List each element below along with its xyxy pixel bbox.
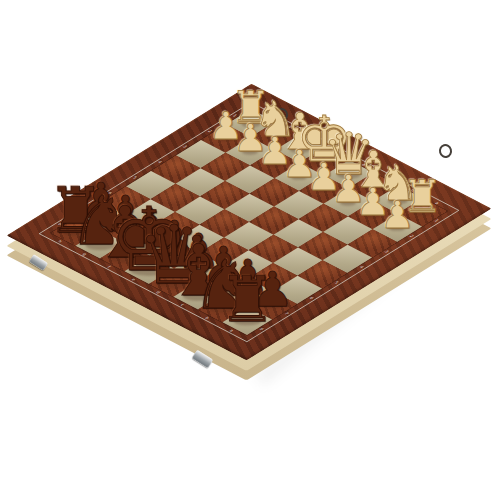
hanging-ring-icon <box>437 143 453 160</box>
chess-board: hgfedcba hgfedcba 12345678 12345678 <box>6 84 491 361</box>
product-photo-chess-set: hgfedcba hgfedcba 12345678 12345678 ♜♞♝♛… <box>0 0 500 500</box>
